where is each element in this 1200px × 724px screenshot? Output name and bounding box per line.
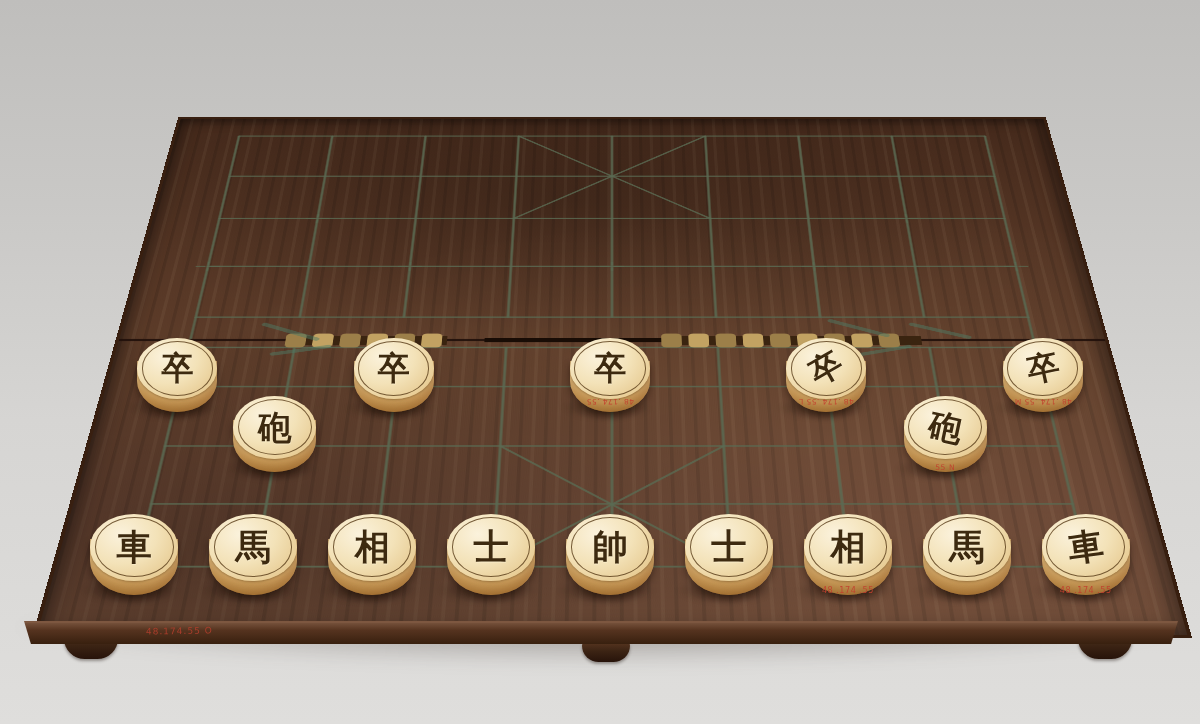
piece-character: 車 — [1066, 527, 1106, 567]
piece-ring — [358, 341, 429, 395]
xiangqi-piece-horse-b1[interactable]: 馬 — [209, 514, 297, 599]
piece-top-face: 卒 — [137, 338, 217, 399]
piece-top-face: 士 — [685, 514, 773, 581]
piece-top-face: 士 — [447, 514, 535, 581]
piece-top-face: 砲 — [904, 396, 987, 459]
xiangqi-piece-chariot-i1[interactable]: 車 48 .174 .55 — [1042, 514, 1130, 599]
piece-ring — [809, 517, 888, 577]
piece-ring — [690, 517, 769, 577]
xiangqi-piece-elephant-g1[interactable]: 相 48 .174 .55 — [804, 514, 892, 599]
piece-accession-mark: 48 .174 .55 L — [786, 397, 866, 406]
piece-top-face: 馬 — [209, 514, 297, 581]
piece-accession-mark: 48 .174 .55 — [1042, 585, 1130, 595]
piece-top-face: 卒 — [1003, 338, 1083, 399]
piece-accession-mark: 48 .174 .55 — [804, 585, 892, 595]
piece-top-face: 車 — [1042, 514, 1130, 581]
xiangqi-piece-cannon-h3[interactable]: 砲 55 N — [904, 396, 987, 476]
piece-top-face: 帥 — [566, 514, 654, 581]
board-front-edge: 48.174.55 O — [24, 621, 1178, 644]
xiangqi-piece-soldier-e4[interactable]: 卒 48 .174 .55 — [570, 338, 650, 415]
piece-character: 卒 — [1024, 349, 1062, 387]
xiangqi-piece-soldier-c4[interactable]: 卒 — [354, 338, 434, 415]
piece-ring — [142, 341, 213, 395]
accession-number: 48.174.55 O — [146, 625, 213, 636]
pieces-layer: 車 馬 相 士 帥 士 — [0, 0, 1200, 724]
piece-ring — [928, 517, 1007, 577]
piece-ring — [95, 517, 174, 577]
piece-top-face: 卒 — [570, 338, 650, 399]
piece-top-face: 馬 — [923, 514, 1011, 581]
xiangqi-piece-soldier-g4[interactable]: 卒 48 .174 .55 L — [786, 338, 866, 415]
xiangqi-piece-soldier-a4[interactable]: 卒 — [137, 338, 217, 415]
xiangqi-piece-advisor-d1[interactable]: 士 — [447, 514, 535, 599]
piece-top-face: 相 — [804, 514, 892, 581]
piece-top-face: 卒 — [354, 338, 434, 399]
xiangqi-piece-advisor-f1[interactable]: 士 — [685, 514, 773, 599]
piece-accession-mark: 48 .174 .55 — [570, 397, 650, 406]
piece-ring — [571, 517, 650, 577]
xiangqi-piece-general-e1[interactable]: 帥 — [566, 514, 654, 599]
photo-scene: 48.174.55 O 車 馬 相 士 — [0, 0, 1200, 724]
piece-accession-mark: 55 N — [904, 463, 987, 472]
xiangqi-piece-cannon-b3[interactable]: 砲 — [233, 396, 316, 476]
piece-top-face: 卒 — [786, 338, 866, 399]
piece-ring — [238, 399, 312, 455]
piece-top-face: 相 — [328, 514, 416, 581]
xiangqi-piece-elephant-c1[interactable]: 相 — [328, 514, 416, 599]
piece-top-face: 車 — [90, 514, 178, 581]
piece-top-face: 砲 — [233, 396, 316, 459]
piece-accession-mark: 48 .174 .55 M — [1003, 397, 1083, 406]
piece-character: 砲 — [926, 408, 965, 447]
xiangqi-piece-horse-h1[interactable]: 馬 — [923, 514, 1011, 599]
piece-ring — [574, 341, 645, 395]
piece-ring — [333, 517, 412, 577]
piece-ring — [452, 517, 531, 577]
xiangqi-piece-chariot-a1[interactable]: 車 — [90, 514, 178, 599]
piece-ring — [214, 517, 293, 577]
xiangqi-piece-soldier-i4[interactable]: 卒 48 .174 .55 M — [1003, 338, 1083, 415]
